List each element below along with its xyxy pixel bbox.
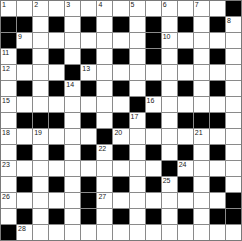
cell-r10-c3[interactable] bbox=[33, 145, 48, 160]
cell-r15-c10[interactable] bbox=[146, 225, 161, 240]
clue-number-8: 8 bbox=[227, 17, 231, 25]
black-cell-r5-c5 bbox=[65, 65, 80, 80]
black-cell-r12-c8 bbox=[113, 177, 128, 192]
cell-r12-c3[interactable] bbox=[33, 177, 48, 192]
cell-r9-c1[interactable]: 18 bbox=[1, 129, 16, 144]
cell-r15-c4[interactable] bbox=[49, 225, 64, 240]
cell-r8-c15[interactable] bbox=[226, 113, 241, 128]
cell-r11-c2[interactable] bbox=[17, 161, 32, 176]
black-cell-r6-c10 bbox=[146, 81, 161, 96]
black-cell-r14-c6 bbox=[81, 209, 96, 224]
cell-r15-c9[interactable] bbox=[130, 225, 145, 240]
cell-r12-c15[interactable] bbox=[226, 177, 241, 192]
cell-r1-c14[interactable] bbox=[210, 1, 225, 16]
black-cell-r7-c9 bbox=[130, 97, 145, 112]
cell-r13-c5[interactable] bbox=[65, 193, 80, 208]
cell-r13-c9[interactable] bbox=[130, 193, 145, 208]
black-cell-r6-c6 bbox=[81, 81, 96, 96]
cell-r7-c10[interactable]: 16 bbox=[146, 97, 161, 112]
cell-r2-c7[interactable] bbox=[97, 17, 112, 32]
cell-r3-c2[interactable]: 9 bbox=[17, 33, 32, 48]
cell-r8-c1[interactable] bbox=[1, 113, 16, 128]
cell-r1-c7[interactable]: 4 bbox=[97, 1, 112, 16]
cell-r14-c1[interactable] bbox=[1, 209, 16, 224]
cell-r6-c9[interactable] bbox=[130, 81, 145, 96]
cell-r3-c7[interactable] bbox=[97, 33, 112, 48]
cell-r6-c11[interactable] bbox=[162, 81, 177, 96]
black-cell-r8-c13 bbox=[194, 113, 209, 128]
cell-r10-c13[interactable] bbox=[194, 145, 209, 160]
cell-r3-c12[interactable] bbox=[178, 33, 193, 48]
black-cell-r2-c1 bbox=[1, 17, 16, 32]
cell-r5-c12[interactable] bbox=[178, 65, 193, 80]
clue-number-4: 4 bbox=[98, 1, 102, 9]
cell-r4-c1[interactable]: 11 bbox=[1, 49, 16, 64]
cell-r11-c5[interactable] bbox=[65, 161, 80, 176]
cell-r11-c15[interactable] bbox=[226, 161, 241, 176]
cell-r11-c7[interactable] bbox=[97, 161, 112, 176]
clue-number-17: 17 bbox=[131, 113, 139, 121]
cell-r3-c4[interactable] bbox=[49, 33, 64, 48]
black-cell-r6-c4 bbox=[49, 81, 64, 96]
cell-r15-c6[interactable] bbox=[81, 225, 96, 240]
cell-r7-c8[interactable] bbox=[113, 97, 128, 112]
cell-r9-c6[interactable] bbox=[81, 129, 96, 144]
cell-r6-c1[interactable] bbox=[1, 81, 16, 96]
black-cell-r1-c15 bbox=[226, 1, 241, 16]
black-cell-r8-c10 bbox=[146, 113, 161, 128]
cell-r13-c10[interactable] bbox=[146, 193, 161, 208]
cell-r6-c3[interactable] bbox=[33, 81, 48, 96]
cell-r3-c9[interactable] bbox=[130, 33, 145, 48]
black-cell-r4-c4 bbox=[49, 49, 64, 64]
cell-r6-c5[interactable]: 14 bbox=[65, 81, 80, 96]
cell-r11-c8[interactable] bbox=[113, 161, 128, 176]
cell-r14-c11[interactable] bbox=[162, 209, 177, 224]
black-cell-r11-c11 bbox=[162, 161, 177, 176]
cell-r7-c3[interactable] bbox=[33, 97, 48, 112]
black-cell-r2-c8 bbox=[113, 17, 128, 32]
cell-r7-c14[interactable] bbox=[210, 97, 225, 112]
black-cell-r4-c10 bbox=[146, 49, 161, 64]
clue-number-27: 27 bbox=[98, 193, 106, 201]
black-cell-r14-c2 bbox=[17, 209, 32, 224]
cell-r14-c9[interactable] bbox=[130, 209, 145, 224]
black-cell-r13-c15 bbox=[226, 193, 241, 208]
cell-r5-c14[interactable] bbox=[210, 65, 225, 80]
cell-r8-c9[interactable]: 17 bbox=[130, 113, 145, 128]
black-cell-r12-c2 bbox=[17, 177, 32, 192]
cell-r7-c13[interactable] bbox=[194, 97, 209, 112]
cell-r3-c14[interactable] bbox=[210, 33, 225, 48]
cell-r2-c5[interactable] bbox=[65, 17, 80, 32]
cell-r6-c7[interactable] bbox=[97, 81, 112, 96]
cell-r10-c1[interactable] bbox=[1, 145, 16, 160]
cell-r1-c3[interactable]: 2 bbox=[33, 1, 48, 16]
cell-r12-c13[interactable] bbox=[194, 177, 209, 192]
cell-r5-c2[interactable] bbox=[17, 65, 32, 80]
cell-r10-c15[interactable] bbox=[226, 145, 241, 160]
black-cell-r4-c6 bbox=[81, 49, 96, 64]
black-cell-r8-c14 bbox=[210, 113, 225, 128]
cell-r7-c4[interactable] bbox=[49, 97, 64, 112]
black-cell-r10-c2 bbox=[17, 145, 32, 160]
cell-r12-c5[interactable] bbox=[65, 177, 80, 192]
cell-r11-c4[interactable] bbox=[49, 161, 64, 176]
black-cell-r14-c12 bbox=[178, 209, 193, 224]
cell-r15-c14[interactable] bbox=[210, 225, 225, 240]
black-cell-r2-c12 bbox=[178, 17, 193, 32]
cell-r5-c11[interactable] bbox=[162, 65, 177, 80]
cell-r15-c5[interactable] bbox=[65, 225, 80, 240]
cell-r15-c12[interactable] bbox=[178, 225, 193, 240]
cell-r11-c13[interactable] bbox=[194, 161, 209, 176]
cell-r14-c3[interactable] bbox=[33, 209, 48, 224]
cell-r12-c11[interactable]: 25 bbox=[162, 177, 177, 192]
cell-r15-c3[interactable] bbox=[33, 225, 48, 240]
cell-r14-c5[interactable] bbox=[65, 209, 80, 224]
cell-r15-c13[interactable] bbox=[194, 225, 209, 240]
cell-r1-c12[interactable] bbox=[178, 1, 193, 16]
cell-r7-c11[interactable] bbox=[162, 97, 177, 112]
clue-number-24: 24 bbox=[179, 161, 187, 169]
cell-r11-c1[interactable]: 23 bbox=[1, 161, 16, 176]
black-cell-r6-c14 bbox=[210, 81, 225, 96]
cell-r14-c7[interactable] bbox=[97, 209, 112, 224]
clue-number-25: 25 bbox=[163, 177, 171, 185]
black-cell-r10-c8 bbox=[113, 145, 128, 160]
black-cell-r2-c2 bbox=[17, 17, 32, 32]
cell-r9-c15[interactable] bbox=[226, 129, 241, 144]
cell-r9-c12[interactable] bbox=[178, 129, 193, 144]
cell-r9-c4[interactable] bbox=[49, 129, 64, 144]
black-cell-r12-c14 bbox=[210, 177, 225, 192]
cell-r9-c10[interactable] bbox=[146, 129, 161, 144]
black-cell-r2-c14 bbox=[210, 17, 225, 32]
cell-r12-c1[interactable] bbox=[1, 177, 16, 192]
cell-r5-c3[interactable] bbox=[33, 65, 48, 80]
cell-r3-c8[interactable] bbox=[113, 33, 128, 48]
cell-r4-c5[interactable] bbox=[65, 49, 80, 64]
cell-r4-c7[interactable] bbox=[97, 49, 112, 64]
cell-r10-c11[interactable] bbox=[162, 145, 177, 160]
clue-number-6: 6 bbox=[163, 1, 167, 9]
black-cell-r2-c10 bbox=[146, 17, 161, 32]
cell-r3-c11[interactable]: 10 bbox=[162, 33, 177, 48]
cell-r2-c11[interactable] bbox=[162, 17, 177, 32]
black-cell-r14-c10 bbox=[146, 209, 161, 224]
cell-r9-c11[interactable] bbox=[162, 129, 177, 144]
cell-r13-c4[interactable] bbox=[49, 193, 64, 208]
cell-r11-c12[interactable]: 24 bbox=[178, 161, 193, 176]
clue-number-26: 26 bbox=[2, 193, 10, 201]
black-cell-r13-c6 bbox=[81, 193, 96, 208]
cell-r3-c13[interactable] bbox=[194, 33, 209, 48]
cell-r7-c12[interactable] bbox=[178, 97, 193, 112]
cell-r5-c4[interactable] bbox=[49, 65, 64, 80]
black-cell-r15-c1 bbox=[1, 225, 16, 240]
cell-r13-c7[interactable]: 27 bbox=[97, 193, 112, 208]
clue-number-15: 15 bbox=[2, 97, 10, 105]
cell-r7-c6[interactable] bbox=[81, 97, 96, 112]
clue-number-23: 23 bbox=[2, 161, 10, 169]
clue-number-9: 9 bbox=[18, 33, 22, 41]
black-cell-r14-c4 bbox=[49, 209, 64, 224]
black-cell-r8-c8 bbox=[113, 113, 128, 128]
cell-r15-c8[interactable] bbox=[113, 225, 128, 240]
clue-number-5: 5 bbox=[131, 1, 135, 9]
black-cell-r8-c12 bbox=[178, 113, 193, 128]
cell-r13-c11[interactable] bbox=[162, 193, 177, 208]
black-cell-r6-c12 bbox=[178, 81, 193, 96]
clue-number-11: 11 bbox=[2, 49, 9, 57]
black-cell-r10-c4 bbox=[49, 145, 64, 160]
cell-r13-c8[interactable] bbox=[113, 193, 128, 208]
cell-r15-c15[interactable] bbox=[226, 225, 241, 240]
cell-r9-c5[interactable] bbox=[65, 129, 80, 144]
clue-number-28: 28 bbox=[18, 225, 26, 233]
cell-r15-c7[interactable] bbox=[97, 225, 112, 240]
black-cell-r8-c2 bbox=[17, 113, 32, 128]
clue-number-10: 10 bbox=[163, 33, 171, 41]
cell-r1-c6[interactable] bbox=[81, 1, 96, 16]
crossword-grid: 1234567891011121314151617181920212223242… bbox=[0, 0, 242, 241]
cell-r5-c7[interactable] bbox=[97, 65, 112, 80]
cell-r6-c15[interactable] bbox=[226, 81, 241, 96]
cell-r7-c5[interactable] bbox=[65, 97, 80, 112]
cell-r9-c13[interactable]: 21 bbox=[194, 129, 209, 144]
clue-number-22: 22 bbox=[98, 145, 106, 153]
cell-r14-c13[interactable] bbox=[194, 209, 209, 224]
clue-number-19: 19 bbox=[34, 129, 42, 137]
black-cell-r8-c4 bbox=[49, 113, 64, 128]
black-cell-r4-c14 bbox=[210, 49, 225, 64]
black-cell-r12-c10 bbox=[146, 177, 161, 192]
cell-r13-c12[interactable] bbox=[178, 193, 193, 208]
black-cell-r3-c10 bbox=[146, 33, 161, 48]
black-cell-r6-c2 bbox=[17, 81, 32, 96]
black-cell-r4-c2 bbox=[17, 49, 32, 64]
clue-number-20: 20 bbox=[114, 129, 122, 137]
cell-r1-c4[interactable] bbox=[49, 1, 64, 16]
black-cell-r8-c6 bbox=[81, 113, 96, 128]
black-cell-r14-c15 bbox=[226, 209, 241, 224]
cell-r10-c9[interactable] bbox=[130, 145, 145, 160]
cell-r7-c7[interactable] bbox=[97, 97, 112, 112]
clue-number-14: 14 bbox=[66, 81, 74, 89]
cell-r4-c15[interactable] bbox=[226, 49, 241, 64]
cell-r12-c7[interactable] bbox=[97, 177, 112, 192]
black-cell-r12-c6 bbox=[81, 177, 96, 192]
black-cell-r2-c6 bbox=[81, 17, 96, 32]
cell-r11-c14[interactable] bbox=[210, 161, 225, 176]
cell-r5-c8[interactable] bbox=[113, 65, 128, 80]
cell-r8-c5[interactable] bbox=[65, 113, 80, 128]
cell-r15-c2[interactable]: 28 bbox=[17, 225, 32, 240]
clue-number-13: 13 bbox=[82, 65, 90, 73]
clue-number-7: 7 bbox=[195, 1, 199, 9]
black-cell-r4-c8 bbox=[113, 49, 128, 64]
clue-number-1: 1 bbox=[2, 1, 6, 9]
cell-r3-c3[interactable] bbox=[33, 33, 48, 48]
black-cell-r10-c10 bbox=[146, 145, 161, 160]
clue-number-16: 16 bbox=[147, 97, 155, 105]
cell-r5-c9[interactable] bbox=[130, 65, 145, 80]
cell-r12-c9[interactable] bbox=[130, 177, 145, 192]
cell-r9-c8[interactable]: 20 bbox=[113, 129, 128, 144]
cell-r10-c5[interactable] bbox=[65, 145, 80, 160]
cell-r4-c13[interactable] bbox=[194, 49, 209, 64]
cell-r1-c13[interactable]: 7 bbox=[194, 1, 209, 16]
black-cell-r3-c1 bbox=[1, 33, 16, 48]
cell-r5-c15[interactable] bbox=[226, 65, 241, 80]
cell-r3-c6[interactable] bbox=[81, 33, 96, 48]
cell-r5-c13[interactable] bbox=[194, 65, 209, 80]
black-cell-r12-c12 bbox=[178, 177, 193, 192]
cell-r3-c15[interactable] bbox=[226, 33, 241, 48]
black-cell-r12-c4 bbox=[49, 177, 64, 192]
cell-r2-c13[interactable] bbox=[194, 17, 209, 32]
cell-r4-c11[interactable] bbox=[162, 49, 177, 64]
clue-number-12: 12 bbox=[2, 65, 10, 73]
cell-r7-c15[interactable] bbox=[226, 97, 241, 112]
cell-r15-c11[interactable] bbox=[162, 225, 177, 240]
cell-r4-c3[interactable] bbox=[33, 49, 48, 64]
black-cell-r10-c14 bbox=[210, 145, 225, 160]
cell-r9-c3[interactable]: 19 bbox=[33, 129, 48, 144]
cell-r1-c2[interactable] bbox=[17, 1, 32, 16]
cell-r6-c13[interactable] bbox=[194, 81, 209, 96]
cell-r1-c11[interactable]: 6 bbox=[162, 1, 177, 16]
clue-number-3: 3 bbox=[66, 1, 70, 9]
black-cell-r10-c12 bbox=[178, 145, 193, 160]
black-cell-r14-c14 bbox=[210, 209, 225, 224]
cell-r1-c9[interactable]: 5 bbox=[130, 1, 145, 16]
cell-r5-c10[interactable] bbox=[146, 65, 161, 80]
black-cell-r10-c6 bbox=[81, 145, 96, 160]
cell-r5-c1[interactable]: 12 bbox=[1, 65, 16, 80]
clue-number-18: 18 bbox=[2, 129, 10, 137]
cell-r13-c2[interactable] bbox=[17, 193, 32, 208]
cell-r3-c5[interactable] bbox=[65, 33, 80, 48]
cell-r13-c3[interactable] bbox=[33, 193, 48, 208]
black-cell-r8-c3 bbox=[33, 113, 48, 128]
cell-r11-c6[interactable] bbox=[81, 161, 96, 176]
black-cell-r4-c12 bbox=[178, 49, 193, 64]
black-cell-r2-c4 bbox=[49, 17, 64, 32]
cell-r1-c8[interactable] bbox=[113, 1, 128, 16]
cell-r13-c14[interactable] bbox=[210, 193, 225, 208]
cell-r1-c5[interactable]: 3 bbox=[65, 1, 80, 16]
cell-r13-c13[interactable] bbox=[194, 193, 209, 208]
cell-r9-c14[interactable] bbox=[210, 129, 225, 144]
black-cell-r9-c7 bbox=[97, 129, 112, 144]
black-cell-r6-c8 bbox=[113, 81, 128, 96]
cell-r9-c2[interactable] bbox=[17, 129, 32, 144]
cell-r4-c9[interactable] bbox=[130, 49, 145, 64]
clue-number-21: 21 bbox=[195, 129, 203, 137]
cell-r7-c1[interactable]: 15 bbox=[1, 97, 16, 112]
cell-r2-c3[interactable] bbox=[33, 17, 48, 32]
cell-r1-c1[interactable]: 1 bbox=[1, 1, 16, 16]
cell-r9-c9[interactable] bbox=[130, 129, 145, 144]
cell-r13-c1[interactable]: 26 bbox=[1, 193, 16, 208]
cell-r5-c6[interactable]: 13 bbox=[81, 65, 96, 80]
cell-r8-c7[interactable] bbox=[97, 113, 112, 128]
cell-r8-c11[interactable] bbox=[162, 113, 177, 128]
clue-number-2: 2 bbox=[34, 1, 38, 9]
cell-r11-c9[interactable] bbox=[130, 161, 145, 176]
cell-r2-c9[interactable] bbox=[130, 17, 145, 32]
cell-r11-c10[interactable] bbox=[146, 161, 161, 176]
cell-r10-c7[interactable]: 22 bbox=[97, 145, 112, 160]
black-cell-r14-c8 bbox=[113, 209, 128, 224]
cell-r11-c3[interactable] bbox=[33, 161, 48, 176]
cell-r7-c2[interactable] bbox=[17, 97, 32, 112]
cell-r2-c15[interactable]: 8 bbox=[226, 17, 241, 32]
cell-r1-c10[interactable] bbox=[146, 1, 161, 16]
